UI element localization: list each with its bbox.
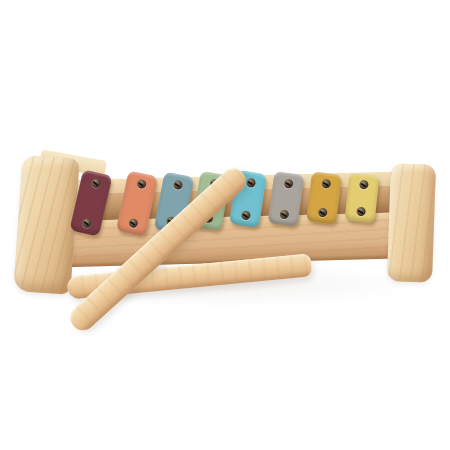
product-photo-toy-xylophone (0, 0, 450, 450)
xylophone-right-end-block (387, 163, 436, 282)
screw-icon (283, 179, 293, 189)
xylophone-key-7-mustard (306, 171, 342, 224)
screw-icon (245, 178, 255, 188)
xylophone-front-rail (50, 212, 399, 267)
screw-icon (279, 209, 289, 219)
screw-icon (356, 206, 366, 216)
screw-icon (317, 207, 327, 217)
screw-icon (90, 178, 101, 189)
screw-icon (128, 218, 139, 229)
screw-icon (136, 179, 147, 190)
screw-icon (321, 179, 331, 189)
xylophone-key-8-pale-yellow (345, 173, 380, 224)
screw-icon (240, 210, 250, 220)
screw-icon (172, 180, 183, 191)
screw-icon (81, 218, 92, 229)
screw-icon (358, 180, 368, 190)
